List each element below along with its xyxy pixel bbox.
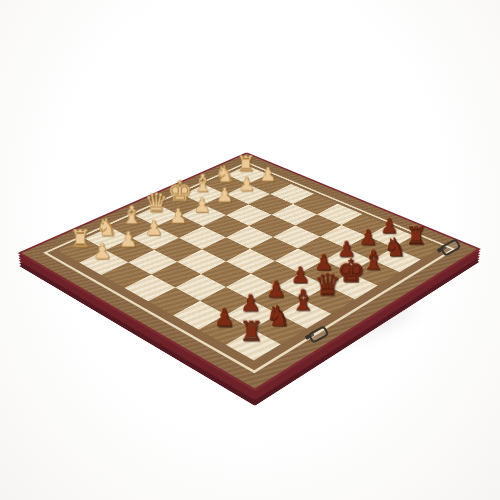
piece-white-rook-a1: ♜: [63, 227, 97, 251]
square-a1: ♜: [58, 239, 106, 263]
product-photo-scene: ♜♟♟♜♞♟♟♞♝♟♟♝♚♟♟♚♛♟♟♛♝♟♟♝♞♟♟♞♜♟♟♜: [0, 0, 500, 500]
square-f8: ♝: [350, 260, 400, 286]
latch-icon: [441, 242, 463, 256]
square-a4: [124, 275, 175, 302]
piece-black-rook-h8: ♜: [399, 224, 433, 248]
latch-icon: [309, 329, 331, 343]
piece-white-rook-h1: ♜: [231, 154, 261, 175]
square-b8: ♞: [253, 314, 307, 344]
